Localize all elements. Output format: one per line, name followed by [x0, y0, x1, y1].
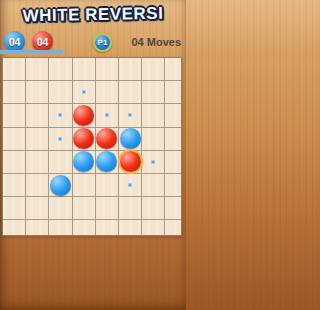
board-cell-r1c1[interactable]: [26, 81, 49, 104]
board-cell-r0c2[interactable]: [49, 58, 72, 81]
board-cell-r0c0[interactable]: [3, 58, 26, 81]
board-cell-r2c6[interactable]: [142, 104, 165, 127]
board-cell-r2c5[interactable]: [119, 104, 142, 127]
valid-move-dot: [58, 113, 62, 117]
board-cell-r4c1[interactable]: [26, 151, 49, 174]
board-cell-r3c2[interactable]: [49, 128, 72, 151]
board-cell-r1c2[interactable]: [49, 81, 72, 104]
player-turn-badge: P1: [93, 33, 112, 52]
board-cell-r3c4[interactable]: [96, 128, 119, 151]
turn-timer-bar: [0, 50, 63, 54]
board-cell-r5c3[interactable]: [73, 174, 96, 197]
game-screen: { "app": { "title": "WHITE REVERSI" }, "…: [0, 0, 186, 310]
valid-move-dot: [151, 160, 155, 164]
board-cell-r5c7[interactable]: [165, 174, 181, 197]
app-title: WHITE REVERSI: [0, 3, 186, 27]
board-cell-r5c1[interactable]: [26, 174, 49, 197]
board-cell-r4c5[interactable]: [119, 151, 142, 174]
board-cell-r0c3[interactable]: [73, 58, 96, 81]
valid-move-dot: [128, 113, 132, 117]
red-score: 04: [37, 36, 49, 48]
board-cell-r3c0[interactable]: [3, 128, 26, 151]
moves-counter: 04 Moves: [131, 36, 181, 48]
board-cell-r3c5[interactable]: [119, 128, 142, 151]
board-cell-r6c0[interactable]: [3, 197, 26, 220]
red-disc: [96, 128, 117, 149]
board-cell-r4c3[interactable]: [73, 151, 96, 174]
valid-move-dot: [128, 183, 132, 187]
board-cell-r0c4[interactable]: [96, 58, 119, 81]
valid-move-dot: [105, 113, 109, 117]
board-cell-r7c6[interactable]: [142, 220, 165, 235]
board-cell-r1c0[interactable]: [3, 81, 26, 104]
board-cell-r4c7[interactable]: [165, 151, 181, 174]
blue-disc: [96, 151, 117, 172]
blue-disc: [120, 128, 141, 149]
board-cell-r7c3[interactable]: [73, 220, 96, 235]
board-cell-r4c0[interactable]: [3, 151, 26, 174]
board-cell-r0c5[interactable]: [119, 58, 142, 81]
board-cell-r5c2[interactable]: [49, 174, 72, 197]
board-cell-r2c3[interactable]: [73, 104, 96, 127]
board-cell-r5c0[interactable]: [3, 174, 26, 197]
board-cell-r6c5[interactable]: [119, 197, 142, 220]
board-cell-r6c1[interactable]: [26, 197, 49, 220]
board-cell-r6c4[interactable]: [96, 197, 119, 220]
blue-score: 04: [9, 36, 21, 48]
board-cell-r1c3[interactable]: [73, 81, 96, 104]
board-cell-r2c0[interactable]: [3, 104, 26, 127]
red-disc: [73, 128, 94, 149]
board-cell-r7c5[interactable]: [119, 220, 142, 235]
red-disc-last-move: [120, 151, 141, 172]
board-cell-r4c2[interactable]: [49, 151, 72, 174]
board-cell-r1c6[interactable]: [142, 81, 165, 104]
board-cell-r0c7[interactable]: [165, 58, 181, 81]
board-cell-r2c7[interactable]: [165, 104, 181, 127]
board-cell-r3c7[interactable]: [165, 128, 181, 151]
player-turn-label: P1: [98, 38, 108, 47]
board-cell-r2c2[interactable]: [49, 104, 72, 127]
board-cell-r6c2[interactable]: [49, 197, 72, 220]
board-cell-r3c3[interactable]: [73, 128, 96, 151]
board-cell-r0c1[interactable]: [26, 58, 49, 81]
board-cell-r1c4[interactable]: [96, 81, 119, 104]
board-cell-r4c6[interactable]: [142, 151, 165, 174]
board-cell-r5c6[interactable]: [142, 174, 165, 197]
board-cell-r6c3[interactable]: [73, 197, 96, 220]
board-cell-r0c6[interactable]: [142, 58, 165, 81]
board-cell-r6c6[interactable]: [142, 197, 165, 220]
board-cell-r1c7[interactable]: [165, 81, 181, 104]
blue-disc: [73, 151, 94, 172]
board-cell-r7c4[interactable]: [96, 220, 119, 235]
board-cell-r7c0[interactable]: [3, 220, 26, 235]
board-cell-r7c1[interactable]: [26, 220, 49, 235]
red-disc: [73, 105, 94, 126]
board-cell-r2c1[interactable]: [26, 104, 49, 127]
red-score-badge: 04: [32, 31, 53, 52]
board-cell-r3c1[interactable]: [26, 128, 49, 151]
board-cell-r5c5[interactable]: [119, 174, 142, 197]
board-cell-r5c4[interactable]: [96, 174, 119, 197]
board-cell-r1c5[interactable]: [119, 81, 142, 104]
board-cell-r4c4[interactable]: [96, 151, 119, 174]
blue-score-badge: 04: [4, 31, 25, 52]
board-cell-r6c7[interactable]: [165, 197, 181, 220]
valid-move-dot: [82, 90, 86, 94]
board-cell-r3c6[interactable]: [142, 128, 165, 151]
reversi-board: [2, 57, 182, 236]
blue-disc: [50, 175, 71, 196]
board-cell-r7c2[interactable]: [49, 220, 72, 235]
board-cell-r7c7[interactable]: [165, 220, 181, 235]
valid-move-dot: [58, 137, 62, 141]
board-cell-r2c4[interactable]: [96, 104, 119, 127]
